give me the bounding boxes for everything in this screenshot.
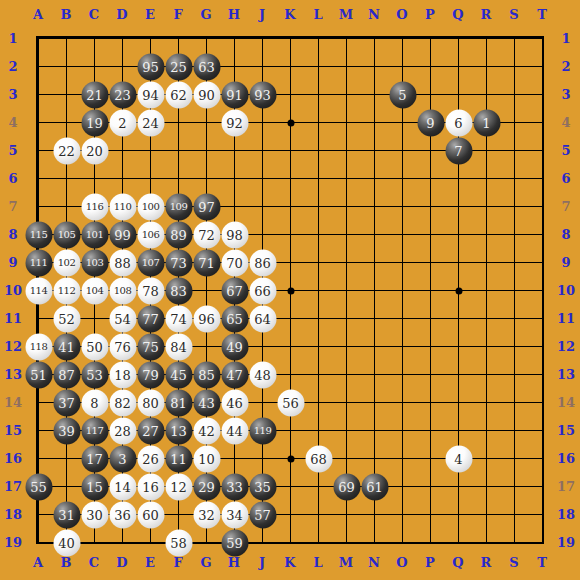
stone-black-41-B12: 41 — [53, 333, 80, 360]
stone-black-21-C3: 21 — [81, 81, 108, 108]
row-label-right-19: 19 — [557, 535, 575, 550]
stone-white-106-E8: 106 — [137, 221, 164, 248]
stone-black-47-H13: 47 — [221, 361, 248, 388]
row-label-right-9: 9 — [561, 255, 570, 270]
column-label-bottom-D: D — [116, 555, 127, 570]
column-label-bottom-C: C — [89, 555, 99, 570]
column-label-top-C: C — [89, 7, 99, 22]
stone-white-44-H15: 44 — [221, 417, 248, 444]
row-label-left-1: 1 — [8, 31, 17, 46]
column-label-bottom-M: M — [339, 555, 353, 570]
column-label-top-B: B — [61, 7, 72, 22]
column-label-top-R: R — [481, 7, 492, 22]
column-label-bottom-F: F — [173, 555, 182, 570]
stone-white-54-D11: 54 — [109, 305, 136, 332]
stone-black-111-A9: 111 — [25, 249, 52, 276]
column-label-top-E: E — [145, 7, 155, 22]
row-label-right-5: 5 — [561, 143, 570, 158]
row-label-left-4: 4 — [8, 115, 17, 130]
star-point-Q10 — [455, 287, 462, 294]
stone-white-58-F19: 58 — [165, 529, 192, 556]
column-label-top-L: L — [313, 7, 322, 22]
stone-white-14-D17: 14 — [109, 473, 136, 500]
stone-black-69-M17: 69 — [333, 473, 360, 500]
stone-white-16-E17: 16 — [137, 473, 164, 500]
stone-white-36-D18: 36 — [109, 501, 136, 528]
row-label-left-13: 13 — [4, 367, 22, 382]
column-label-bottom-R: R — [481, 555, 492, 570]
stone-black-89-F8: 89 — [165, 221, 192, 248]
row-label-left-2: 2 — [8, 59, 17, 74]
row-label-left-10: 10 — [4, 283, 22, 298]
stone-black-35-J17: 35 — [249, 473, 276, 500]
row-label-right-7: 7 — [561, 199, 570, 214]
stone-black-31-B18: 31 — [53, 501, 80, 528]
stone-black-3-D16: 3 — [109, 445, 136, 472]
stone-black-87-B13: 87 — [53, 361, 80, 388]
row-label-left-3: 3 — [8, 87, 17, 102]
stone-black-25-F2: 25 — [165, 53, 192, 80]
stone-white-24-E4: 24 — [137, 109, 164, 136]
stone-white-84-F12: 84 — [165, 333, 192, 360]
stone-white-100-E7: 100 — [137, 193, 164, 220]
stone-black-1-R4: 1 — [473, 109, 500, 136]
stone-black-27-E15: 27 — [137, 417, 164, 444]
row-label-left-9: 9 — [8, 255, 17, 270]
row-label-left-19: 19 — [4, 535, 22, 550]
stone-white-70-H9: 70 — [221, 249, 248, 276]
stone-white-46-H14: 46 — [221, 389, 248, 416]
stone-white-48-J13: 48 — [249, 361, 276, 388]
stone-black-45-F13: 45 — [165, 361, 192, 388]
stone-white-40-B19: 40 — [53, 529, 80, 556]
stone-white-62-F3: 62 — [165, 81, 192, 108]
row-label-left-6: 6 — [8, 171, 17, 186]
stone-white-26-E16: 26 — [137, 445, 164, 472]
row-label-right-16: 16 — [557, 451, 575, 466]
stone-black-57-J18: 57 — [249, 501, 276, 528]
column-label-top-M: M — [339, 7, 353, 22]
column-label-bottom-A: A — [33, 555, 43, 570]
column-label-top-P: P — [425, 7, 435, 22]
stone-black-119-J15: 119 — [249, 417, 276, 444]
stone-white-60-E18: 60 — [137, 501, 164, 528]
column-label-top-H: H — [228, 7, 240, 22]
star-point-K4 — [287, 119, 294, 126]
stone-white-28-D15: 28 — [109, 417, 136, 444]
column-label-top-K: K — [284, 7, 295, 22]
stone-white-80-E14: 80 — [137, 389, 164, 416]
row-label-right-4: 4 — [561, 115, 570, 130]
stone-black-115-A8: 115 — [25, 221, 52, 248]
stone-white-6-Q4: 6 — [445, 109, 472, 136]
stone-black-67-H10: 67 — [221, 277, 248, 304]
column-label-bottom-E: E — [145, 555, 155, 570]
column-label-bottom-G: G — [200, 555, 211, 570]
column-label-top-S: S — [509, 7, 518, 22]
column-label-bottom-L: L — [313, 555, 322, 570]
stone-white-30-C18: 30 — [81, 501, 108, 528]
stone-white-32-G18: 32 — [193, 501, 220, 528]
stone-black-109-F7: 109 — [165, 193, 192, 220]
stone-black-95-E2: 95 — [137, 53, 164, 80]
stone-white-20-C5: 20 — [81, 137, 108, 164]
stone-white-64-J11: 64 — [249, 305, 276, 332]
row-label-left-12: 12 — [4, 339, 22, 354]
column-label-bottom-J: J — [259, 555, 265, 570]
stone-white-110-D7: 110 — [109, 193, 136, 220]
stone-black-11-F16: 11 — [165, 445, 192, 472]
stone-black-61-N17: 61 — [361, 473, 388, 500]
row-label-right-15: 15 — [557, 423, 575, 438]
stone-black-13-F15: 13 — [165, 417, 192, 444]
column-label-bottom-K: K — [284, 555, 295, 570]
stone-black-99-D8: 99 — [109, 221, 136, 248]
stone-white-42-G15: 42 — [193, 417, 220, 444]
row-label-left-14: 14 — [4, 395, 22, 410]
stone-black-103-C9: 103 — [81, 249, 108, 276]
column-label-bottom-N: N — [368, 555, 380, 570]
stone-black-55-A17: 55 — [25, 473, 52, 500]
stone-black-75-E12: 75 — [137, 333, 164, 360]
row-label-left-7: 7 — [8, 199, 17, 214]
column-label-top-A: A — [33, 7, 43, 22]
stone-white-104-C10: 104 — [81, 277, 108, 304]
row-label-right-1: 1 — [561, 31, 570, 46]
column-label-top-O: O — [396, 7, 407, 22]
column-label-top-N: N — [368, 7, 380, 22]
stone-black-83-F10: 83 — [165, 277, 192, 304]
stone-black-9-P4: 9 — [417, 109, 444, 136]
stone-white-88-D9: 88 — [109, 249, 136, 276]
stone-black-37-B14: 37 — [53, 389, 80, 416]
stone-black-59-H19: 59 — [221, 529, 248, 556]
stone-black-101-C8: 101 — [81, 221, 108, 248]
stone-white-116-C7: 116 — [81, 193, 108, 220]
stone-black-15-C17: 15 — [81, 473, 108, 500]
stone-black-51-A13: 51 — [25, 361, 52, 388]
stone-white-72-G8: 72 — [193, 221, 220, 248]
go-board[interactable]: AABBCCDDEEFFGGHHJJKKLLMMNNOOPPQQRRSSTT11… — [0, 0, 580, 580]
stone-white-10-G16: 10 — [193, 445, 220, 472]
stone-black-19-C4: 19 — [81, 109, 108, 136]
row-label-left-5: 5 — [8, 143, 17, 158]
stone-white-114-A10: 114 — [25, 277, 52, 304]
stone-black-39-B15: 39 — [53, 417, 80, 444]
column-label-bottom-B: B — [61, 555, 72, 570]
stone-white-2-D4: 2 — [109, 109, 136, 136]
stone-white-112-B10: 112 — [53, 277, 80, 304]
star-point-K16 — [287, 455, 294, 462]
row-label-left-15: 15 — [4, 423, 22, 438]
column-label-bottom-S: S — [509, 555, 518, 570]
column-label-top-J: J — [259, 7, 265, 22]
column-label-top-D: D — [116, 7, 127, 22]
row-label-right-6: 6 — [561, 171, 570, 186]
row-label-left-16: 16 — [4, 451, 22, 466]
row-label-left-11: 11 — [4, 311, 22, 326]
stone-white-34-H18: 34 — [221, 501, 248, 528]
stone-white-102-B9: 102 — [53, 249, 80, 276]
stone-white-66-J10: 66 — [249, 277, 276, 304]
stone-black-77-E11: 77 — [137, 305, 164, 332]
column-label-top-G: G — [200, 7, 211, 22]
stone-black-105-B8: 105 — [53, 221, 80, 248]
star-point-K10 — [287, 287, 294, 294]
stone-black-71-G9: 71 — [193, 249, 220, 276]
stone-black-97-G7: 97 — [193, 193, 220, 220]
stone-white-56-K14: 56 — [277, 389, 304, 416]
stone-black-63-G2: 63 — [193, 53, 220, 80]
stone-white-18-D13: 18 — [109, 361, 136, 388]
row-label-right-8: 8 — [561, 227, 570, 242]
stone-black-53-C13: 53 — [81, 361, 108, 388]
stone-black-81-F14: 81 — [165, 389, 192, 416]
stone-white-52-B11: 52 — [53, 305, 80, 332]
column-label-bottom-P: P — [425, 555, 435, 570]
stone-white-76-D12: 76 — [109, 333, 136, 360]
column-label-bottom-O: O — [396, 555, 407, 570]
row-label-left-17: 17 — [4, 479, 22, 494]
stone-white-22-B5: 22 — [53, 137, 80, 164]
stone-white-96-G11: 96 — [193, 305, 220, 332]
stone-white-94-E3: 94 — [137, 81, 164, 108]
stone-black-93-J3: 93 — [249, 81, 276, 108]
column-label-top-Q: Q — [452, 7, 463, 22]
stone-black-33-H17: 33 — [221, 473, 248, 500]
stone-black-7-Q5: 7 — [445, 137, 472, 164]
column-label-bottom-H: H — [228, 555, 240, 570]
row-label-right-3: 3 — [561, 87, 570, 102]
row-label-left-18: 18 — [4, 507, 22, 522]
stone-black-23-D3: 23 — [109, 81, 136, 108]
stone-black-49-H12: 49 — [221, 333, 248, 360]
stone-black-43-G14: 43 — [193, 389, 220, 416]
stone-white-68-L16: 68 — [305, 445, 332, 472]
stone-black-117-C15: 117 — [81, 417, 108, 444]
stone-black-91-H3: 91 — [221, 81, 248, 108]
column-label-top-T: T — [537, 7, 547, 22]
row-label-right-12: 12 — [557, 339, 575, 354]
stone-white-92-H4: 92 — [221, 109, 248, 136]
stone-black-17-C16: 17 — [81, 445, 108, 472]
row-label-right-13: 13 — [557, 367, 575, 382]
row-label-right-17: 17 — [557, 479, 575, 494]
stone-black-107-E9: 107 — [137, 249, 164, 276]
stone-white-90-G3: 90 — [193, 81, 220, 108]
column-label-bottom-Q: Q — [452, 555, 463, 570]
stone-white-98-H8: 98 — [221, 221, 248, 248]
column-label-bottom-T: T — [537, 555, 547, 570]
stone-white-8-C14: 8 — [81, 389, 108, 416]
row-label-right-10: 10 — [557, 283, 575, 298]
stone-black-5-O3: 5 — [389, 81, 416, 108]
stone-white-12-F17: 12 — [165, 473, 192, 500]
stone-white-74-F11: 74 — [165, 305, 192, 332]
stone-white-118-A12: 118 — [25, 333, 52, 360]
stone-black-65-H11: 65 — [221, 305, 248, 332]
stone-white-50-C12: 50 — [81, 333, 108, 360]
row-label-right-18: 18 — [557, 507, 575, 522]
row-label-right-2: 2 — [561, 59, 570, 74]
stone-white-86-J9: 86 — [249, 249, 276, 276]
row-label-left-8: 8 — [8, 227, 17, 242]
column-label-top-F: F — [173, 7, 182, 22]
row-label-right-14: 14 — [557, 395, 575, 410]
stone-white-82-D14: 82 — [109, 389, 136, 416]
stone-black-73-F9: 73 — [165, 249, 192, 276]
stone-black-85-G13: 85 — [193, 361, 220, 388]
stone-white-78-E10: 78 — [137, 277, 164, 304]
stone-white-4-Q16: 4 — [445, 445, 472, 472]
stone-white-108-D10: 108 — [109, 277, 136, 304]
row-label-right-11: 11 — [557, 311, 575, 326]
stone-black-79-E13: 79 — [137, 361, 164, 388]
stone-black-29-G17: 29 — [193, 473, 220, 500]
